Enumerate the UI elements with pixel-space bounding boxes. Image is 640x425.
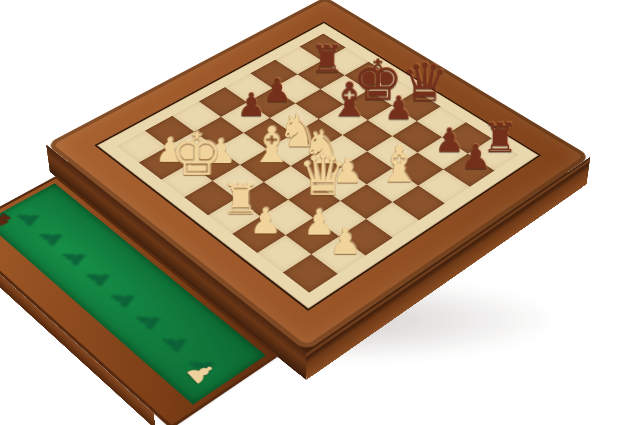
felt-pawn-imprint: ♟: [101, 286, 141, 312]
felt-pawn-imprint: ♟: [53, 245, 92, 270]
white-queen[interactable]: ♛: [297, 148, 343, 205]
felt-pawn-imprint: ♟: [30, 226, 68, 250]
drawer-black-knight[interactable]: ♞: [0, 209, 19, 232]
white-king[interactable]: ♚: [170, 125, 216, 184]
drawer-white-pawn[interactable]: ♟: [181, 358, 223, 389]
felt-pawn-imprint: ♟: [77, 265, 116, 291]
felt-pawn-imprint: ♟: [153, 329, 193, 357]
chess-set: ♟♟♟♟♟♟♟♟♞♟ ♚♛♜♝♝♞♞♟♟♟♟♟♟♚♛♜♜♝♟♟♟♟♟: [50, 23, 587, 380]
felt-pawn-imprint: ♟: [127, 307, 167, 334]
white-pawn[interactable]: ♟: [241, 203, 289, 239]
white-bishop[interactable]: ♝: [376, 139, 422, 189]
scene: ♟♟♟♟♟♟♟♟♞♟ ♚♛♜♝♝♞♞♟♟♟♟♟♟♚♛♜♜♝♟♟♟♟♟: [127, 0, 507, 368]
felt-pawn-imprint: ♟: [179, 352, 220, 381]
felt-pawn-imprint: ♟: [8, 207, 46, 230]
black-pawn[interactable]: ♟: [453, 140, 498, 174]
white-pawn[interactable]: ♟: [321, 223, 369, 259]
white-bishop[interactable]: ♝: [249, 120, 294, 169]
